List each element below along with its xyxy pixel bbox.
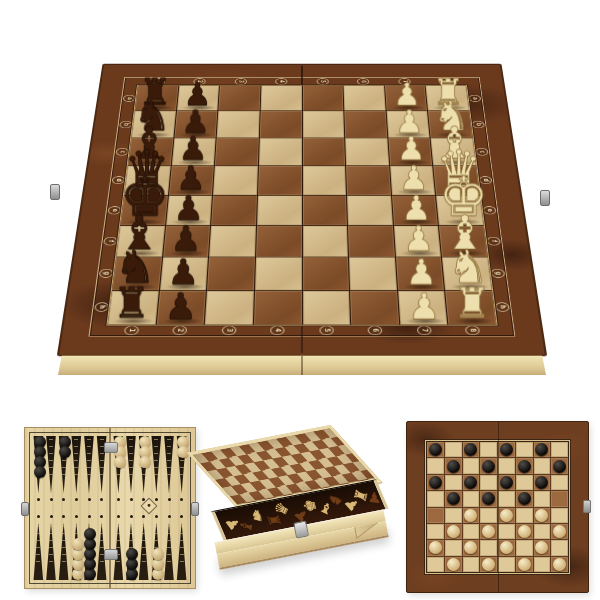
point-tip-dot <box>50 498 53 501</box>
black-checker <box>429 443 442 456</box>
black-checker <box>429 476 442 489</box>
checkers-square <box>445 442 462 457</box>
checkers-square <box>427 458 444 473</box>
point-tip-dot <box>50 515 53 518</box>
checkers-square <box>516 557 533 572</box>
checkers-square <box>498 491 515 506</box>
clasp-icon <box>540 190 550 206</box>
checkers-square <box>427 524 444 539</box>
chess-square <box>303 195 348 225</box>
black-checker <box>535 476 548 489</box>
point-tip-dot <box>100 515 103 518</box>
chess-piece-P: ♟ <box>400 288 448 324</box>
checkers-square <box>445 524 462 539</box>
chess-square <box>346 166 391 195</box>
point-tip-dot <box>168 498 171 501</box>
chess-square <box>205 291 254 325</box>
checkers-square <box>551 508 568 523</box>
chess-square <box>349 258 397 291</box>
chess-square <box>259 138 302 165</box>
checkers-square <box>480 475 497 490</box>
checkers-square <box>551 524 568 539</box>
chess-grid: ♜♟♟♜♞♟♟♞♝♟♟♝♛♟♟♛♚♟♟♚♝♟♟♝♞♟♟♞♜♟♟♜ <box>108 85 497 324</box>
checkers-square <box>551 475 568 490</box>
folded-box-group: ♟♝♞♜♛♟♚♝♞♟♜♟ <box>193 418 391 571</box>
checkers-square <box>463 540 480 555</box>
checkers-square <box>534 475 551 490</box>
backgammon-point <box>45 436 58 494</box>
black-checker <box>535 443 548 456</box>
backgammon-point <box>70 436 83 494</box>
checkers-square <box>445 491 462 506</box>
checkers-square <box>427 557 444 572</box>
checkers-square <box>498 508 515 523</box>
coord-label: 5 <box>319 326 333 336</box>
coord-label: 3 <box>234 78 246 85</box>
black-backgammon-checker <box>34 466 46 478</box>
point-tip-dot <box>37 498 40 501</box>
checkers-square <box>534 540 551 555</box>
clasp-icon <box>21 502 29 516</box>
checkers-square <box>551 442 568 457</box>
checkers-square <box>551 458 568 473</box>
point-tip-dot <box>88 515 91 518</box>
checkers-square <box>534 491 551 506</box>
black-checker <box>464 443 477 456</box>
white-checker <box>482 525 495 538</box>
point-tip-dot <box>155 498 158 501</box>
chess-piece-r: ♜ <box>108 283 156 324</box>
coord-label: 8 <box>465 326 480 336</box>
point-tip-dot <box>142 515 145 518</box>
coord-label: 4 <box>276 78 288 85</box>
backgammon-points <box>27 430 193 586</box>
chess-square <box>302 166 346 195</box>
checkers-square <box>516 524 533 539</box>
point-tip-dot <box>62 498 65 501</box>
chess-square <box>215 138 259 165</box>
coord-label: 1 <box>124 326 139 336</box>
checkers-square <box>498 557 515 572</box>
point-tip-dot <box>100 498 103 501</box>
point-tip-dot <box>180 515 183 518</box>
white-checker <box>518 525 531 538</box>
checkers-square <box>480 442 497 457</box>
white-checker <box>447 558 460 571</box>
checkers-square <box>516 491 533 506</box>
stored-piece: ♟ <box>367 490 382 506</box>
checkers-square <box>445 475 462 490</box>
point-tip-dot <box>62 515 65 518</box>
checkers-square <box>516 458 533 473</box>
point-tip-dot <box>155 515 158 518</box>
checkers-square <box>463 524 480 539</box>
checkers-square <box>463 458 480 473</box>
chess-square <box>302 138 345 165</box>
checkers-square <box>551 491 568 506</box>
checkers-square <box>463 442 480 457</box>
coord-label: 4 <box>270 326 284 336</box>
chess-square: ♜ <box>108 291 159 325</box>
backgammon-point <box>57 522 70 580</box>
black-checker <box>482 492 495 505</box>
chess-square <box>217 111 260 137</box>
board-front-edge <box>58 355 546 375</box>
point-tip-dot <box>88 498 91 501</box>
checkers-square <box>427 475 444 490</box>
black-checker <box>447 492 460 505</box>
white-checker <box>482 558 495 571</box>
coord-label: c <box>475 148 489 156</box>
hinge-icon <box>104 442 118 453</box>
checkers-square <box>498 524 515 539</box>
checkers-square <box>463 491 480 506</box>
backgammon-point <box>125 436 138 494</box>
checkers-square <box>427 540 444 555</box>
white-backgammon-checker <box>139 456 151 468</box>
checkers-square <box>498 540 515 555</box>
white-checker <box>464 541 477 554</box>
backgammon-left-half <box>32 436 108 580</box>
folded-box-thumbnail[interactable]: ♟♝♞♜♛♟♚♝♞♟♜♟ <box>206 424 400 592</box>
checkers-square <box>534 442 551 457</box>
checkers-square <box>498 442 515 457</box>
backgammon-point <box>163 522 176 580</box>
checkers-square <box>498 458 515 473</box>
chess-square <box>219 85 261 110</box>
clasp-icon <box>191 502 199 516</box>
checkers-square <box>445 557 462 572</box>
clasp-icon <box>293 520 309 538</box>
black-checker <box>500 476 513 489</box>
checkers-square <box>516 540 533 555</box>
backgammon-point <box>83 436 96 494</box>
coord-label: 3 <box>221 326 236 336</box>
white-checker <box>429 541 442 554</box>
main-chess-photo: 1234567812345678abcdefghabcdefgh♜♟♟♜♞♟♟♞… <box>57 64 547 356</box>
black-backgammon-checker <box>84 528 96 540</box>
point-tip-dot <box>180 498 183 501</box>
chess-square: ♜ <box>446 291 497 325</box>
chess-square: ♟ <box>398 291 448 325</box>
black-backgammon-checker <box>59 446 71 458</box>
checkers-square <box>516 508 533 523</box>
black-checker <box>464 476 477 489</box>
checkers-square <box>445 458 462 473</box>
checkers-square <box>427 491 444 506</box>
chess-square <box>207 258 255 291</box>
chess-board-plane: 1234567812345678abcdefghabcdefgh♜♟♟♜♞♟♟♞… <box>57 64 547 356</box>
white-backgammon-checker <box>152 548 164 560</box>
chess-piece-p: ♟ <box>156 288 204 324</box>
checkers-square <box>534 458 551 473</box>
chess-square <box>303 258 350 291</box>
white-checker <box>535 541 548 554</box>
white-backgammon-checker <box>72 538 84 550</box>
checkers-square <box>534 524 551 539</box>
point-tip-dot <box>130 515 133 518</box>
point-tip-dot <box>117 515 120 518</box>
chess-square <box>254 291 302 325</box>
checkers-square <box>480 524 497 539</box>
chess-square: ♟ <box>156 291 206 325</box>
coord-label: 6 <box>368 326 383 336</box>
chess-square <box>344 111 387 137</box>
black-checker <box>482 460 495 473</box>
white-checker <box>464 509 477 522</box>
coord-label: b <box>472 121 485 128</box>
black-checker <box>518 460 531 473</box>
coord-label: h <box>495 303 510 312</box>
chess-square <box>257 195 302 225</box>
checkers-square <box>463 508 480 523</box>
backgammon-point <box>32 522 45 580</box>
white-checker <box>535 509 548 522</box>
coord-label: 2 <box>173 326 188 336</box>
point-tip-dot <box>117 498 120 501</box>
backgammon-point <box>175 522 188 580</box>
chess-square <box>303 291 351 325</box>
black-checker <box>518 492 531 505</box>
chess-square <box>211 195 257 225</box>
backgammon-point <box>137 522 150 580</box>
white-checker <box>518 558 531 571</box>
backgammon-point <box>163 436 176 494</box>
fold-seam-line <box>498 422 499 592</box>
checkers-square <box>445 540 462 555</box>
checkers-square <box>427 508 444 523</box>
checkers-square <box>427 442 444 457</box>
checkers-square <box>516 475 533 490</box>
checkers-square <box>551 540 568 555</box>
black-backgammon-checker <box>126 548 138 560</box>
checkers-square <box>551 557 568 572</box>
point-tip-dot <box>168 515 171 518</box>
clasp-icon <box>50 184 60 200</box>
checkers-square <box>445 508 462 523</box>
checkers-thumbnail[interactable] <box>406 421 589 593</box>
point-tip-dot <box>130 498 133 501</box>
chess-square <box>255 258 302 291</box>
clasp-icon <box>583 500 591 513</box>
white-checker <box>553 558 566 571</box>
chess-square <box>261 85 302 110</box>
point-tip-dot <box>37 515 40 518</box>
chess-square <box>258 166 302 195</box>
coord-label: 5 <box>316 78 328 85</box>
chess-square <box>345 138 389 165</box>
checkers-square <box>480 458 497 473</box>
hinge-icon <box>104 549 118 560</box>
coord-label: 6 <box>357 78 369 85</box>
backgammon-point <box>45 522 58 580</box>
coord-label: 7 <box>398 78 410 85</box>
point-tip-dot <box>75 515 78 518</box>
chess-square <box>260 111 302 137</box>
white-checker <box>447 525 460 538</box>
white-checker <box>500 541 513 554</box>
white-checker <box>500 509 513 522</box>
point-tip-dot <box>75 498 78 501</box>
checkers-square <box>498 475 515 490</box>
coord-label: a <box>468 95 481 102</box>
chess-square <box>347 195 393 225</box>
chess-square <box>302 111 344 137</box>
checkers-square <box>463 557 480 572</box>
chess-piece-R: ♜ <box>449 283 497 324</box>
checkers-square <box>480 508 497 523</box>
checkers-square <box>480 491 497 506</box>
product-photo-canvas: 1234567812345678abcdefghabcdefgh♜♟♟♜♞♟♟♞… <box>0 0 600 600</box>
chess-square <box>213 166 258 195</box>
chess-square <box>350 291 399 325</box>
chess-square <box>344 85 386 110</box>
backgammon-thumbnail[interactable] <box>24 427 196 589</box>
white-backgammon-checker <box>114 456 126 468</box>
checkers-square <box>534 557 551 572</box>
white-checker <box>553 525 566 538</box>
coord-label: g <box>490 269 505 278</box>
coord-label: 7 <box>416 326 431 336</box>
checkers-square <box>480 540 497 555</box>
black-checker <box>447 460 460 473</box>
black-checker <box>553 460 566 473</box>
backgammon-point <box>150 436 163 494</box>
checkers-square <box>516 442 533 457</box>
black-checker <box>500 443 513 456</box>
checkers-square <box>534 508 551 523</box>
chess-square <box>302 85 343 110</box>
checkers-square <box>480 557 497 572</box>
checkers-square <box>463 475 480 490</box>
